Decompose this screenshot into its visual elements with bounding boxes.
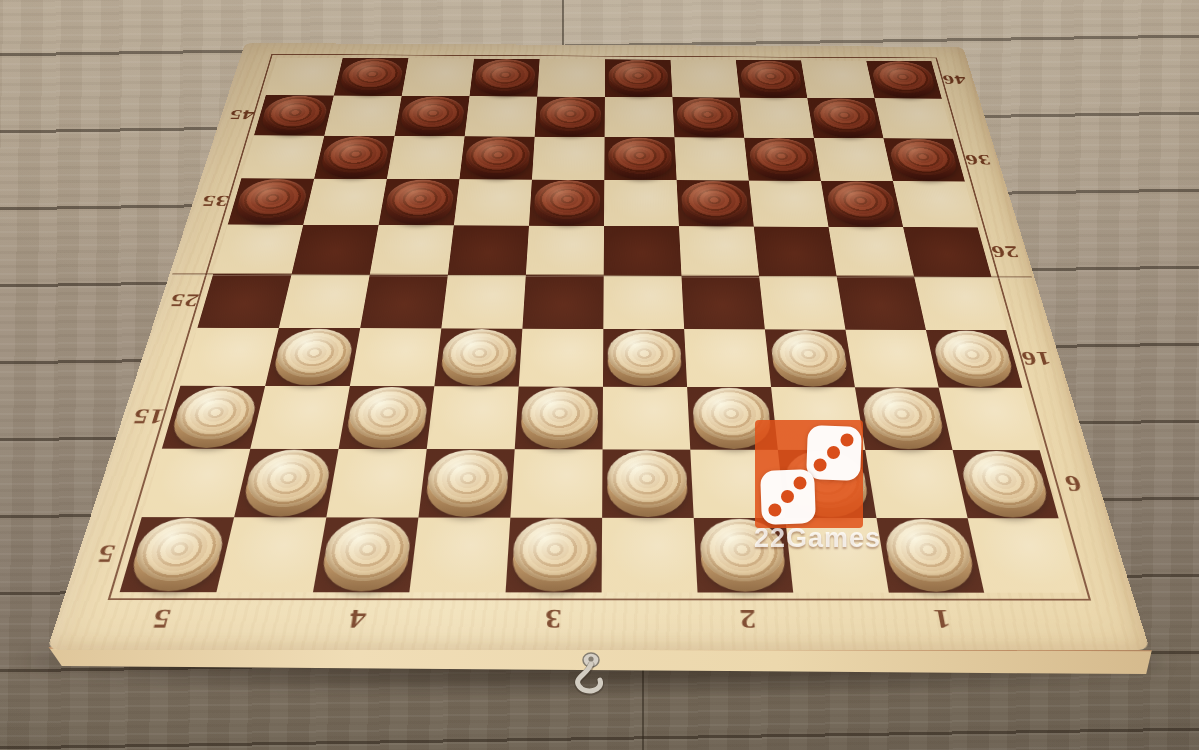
square-r3c7[interactable] [749,181,829,227]
coordinate-label-right-36: 36 [963,152,993,168]
dark-piece-r0c9[interactable] [870,63,937,97]
square-r2c4[interactable] [532,137,605,180]
dark-piece-r1c2[interactable] [399,98,466,134]
square-r1c1[interactable] [324,96,401,136]
dark-piece-r3c8[interactable] [825,183,898,224]
square-r5c9[interactable] [914,277,1006,331]
die-icon-bottom-left [760,469,816,525]
square-r2c0[interactable] [241,135,324,178]
square-r5c4[interactable] [522,275,603,329]
square-r2c8[interactable] [814,138,893,181]
light-piece-r8c9[interactable] [958,454,1052,515]
square-r4c6[interactable] [679,226,759,276]
square-r0c8[interactable] [801,60,874,98]
square-r4c7[interactable] [754,227,837,277]
square-r5c3[interactable] [441,275,525,329]
square-r4c8[interactable] [829,227,915,277]
dark-piece-r2c9[interactable] [888,141,960,179]
dark-piece-r2c5[interactable] [608,139,672,177]
coordinate-label-right-46: 46 [940,73,968,87]
clasp-hook-icon [562,650,626,702]
die-pip [793,476,806,489]
dark-piece-r2c1[interactable] [319,138,390,176]
square-r0c6[interactable] [671,60,740,98]
dark-piece-r3c6[interactable] [681,183,750,224]
light-piece-r9c0[interactable] [126,521,228,588]
square-r6c6[interactable] [684,329,771,387]
light-piece-r7c4[interactable] [520,390,598,446]
square-r3c9[interactable] [893,181,978,227]
light-piece-r8c1[interactable] [240,452,333,513]
die-pip [768,503,781,516]
coordinate-label-bottom-3: 3 [543,604,561,634]
square-r6c0[interactable] [180,328,278,386]
die-pip [781,490,794,503]
dark-piece-r1c8[interactable] [811,100,879,136]
square-r9c1[interactable] [216,517,326,592]
light-piece-r6c7[interactable] [770,333,850,384]
square-r0c0[interactable] [266,58,343,96]
square-r0c2[interactable] [402,58,474,96]
light-piece-r9c4[interactable] [511,522,597,588]
square-r4c1[interactable] [292,225,379,275]
square-r4c4[interactable] [526,226,604,276]
dark-piece-r2c7[interactable] [748,140,816,178]
square-r4c3[interactable] [448,225,529,275]
checkers-board-photo: 45352515546362616654321 22Games [0,0,1199,750]
light-piece-r8c5[interactable] [607,453,688,514]
square-r8c4[interactable] [510,449,602,517]
dark-piece-r0c3[interactable] [474,61,536,95]
square-r7c9[interactable] [939,388,1040,451]
square-r5c7[interactable] [759,276,845,330]
light-piece-r9c8[interactable] [882,522,978,588]
dark-piece-r0c5[interactable] [609,61,669,95]
square-r9c3[interactable] [409,518,510,593]
square-r7c3[interactable] [427,386,519,449]
square-r1c5[interactable] [605,97,675,137]
square-r3c3[interactable] [454,179,532,225]
light-piece-r8c3[interactable] [424,453,510,514]
square-r8c0[interactable] [142,449,251,518]
dark-piece-r3c0[interactable] [233,181,310,222]
light-piece-r7c8[interactable] [860,391,947,447]
square-r7c1[interactable] [250,386,350,449]
square-r5c6[interactable] [681,276,764,330]
square-r2c6[interactable] [674,137,748,180]
square-r3c1[interactable] [303,179,387,225]
square-r6c4[interactable] [519,329,604,387]
square-r8c8[interactable] [865,450,967,518]
square-r4c2[interactable] [370,225,454,275]
light-piece-r6c5[interactable] [608,332,683,384]
light-piece-r6c3[interactable] [439,332,517,384]
square-r3c5[interactable] [604,180,679,226]
dark-piece-r1c6[interactable] [676,99,740,135]
square-r4c9[interactable] [903,227,991,277]
square-r1c9[interactable] [875,98,953,138]
square-r5c8[interactable] [837,276,926,330]
coordinate-label-right-26: 26 [989,242,1021,261]
dark-piece-r0c7[interactable] [740,62,803,96]
die-pip [827,446,840,459]
light-piece-r9c2[interactable] [319,521,413,588]
die-icon-top-right [806,425,862,481]
dark-piece-r1c0[interactable] [259,97,330,133]
square-r8c2[interactable] [326,449,426,518]
square-r5c5[interactable] [603,276,684,330]
light-piece-r6c9[interactable] [931,333,1017,384]
light-piece-r7c0[interactable] [168,389,260,445]
light-piece-r6c1[interactable] [271,331,355,383]
logo-text: 22Games [754,523,881,554]
dark-piece-r3c2[interactable] [383,181,455,222]
dark-piece-r0c1[interactable] [338,60,404,94]
square-r6c2[interactable] [350,328,442,386]
coordinate-label-left-45: 45 [227,107,256,122]
square-r5c0[interactable] [197,274,291,328]
square-r4c5[interactable] [604,226,682,276]
die-pip [840,433,853,446]
dark-piece-r3c4[interactable] [533,182,600,223]
square-r9c5[interactable] [602,518,698,593]
square-r1c3[interactable] [465,96,538,136]
die-pip [813,458,826,471]
22games-logo: 22Games [755,420,863,528]
square-r5c1[interactable] [279,274,370,328]
coordinate-label-left-25: 25 [167,290,202,310]
square-r5c2[interactable] [360,275,448,329]
square-r1c7[interactable] [740,98,814,138]
dark-piece-r2c3[interactable] [464,139,531,177]
coordinate-label-bottom-2: 2 [738,604,758,634]
coordinate-label-left-35: 35 [199,192,231,210]
square-r6c8[interactable] [845,330,938,388]
square-r0c4[interactable] [537,59,605,97]
square-r2c2[interactable] [387,136,465,179]
dark-piece-r1c4[interactable] [539,99,601,135]
square-r7c5[interactable] [603,387,691,450]
light-piece-r7c2[interactable] [344,389,429,445]
square-r4c0[interactable] [213,225,303,275]
